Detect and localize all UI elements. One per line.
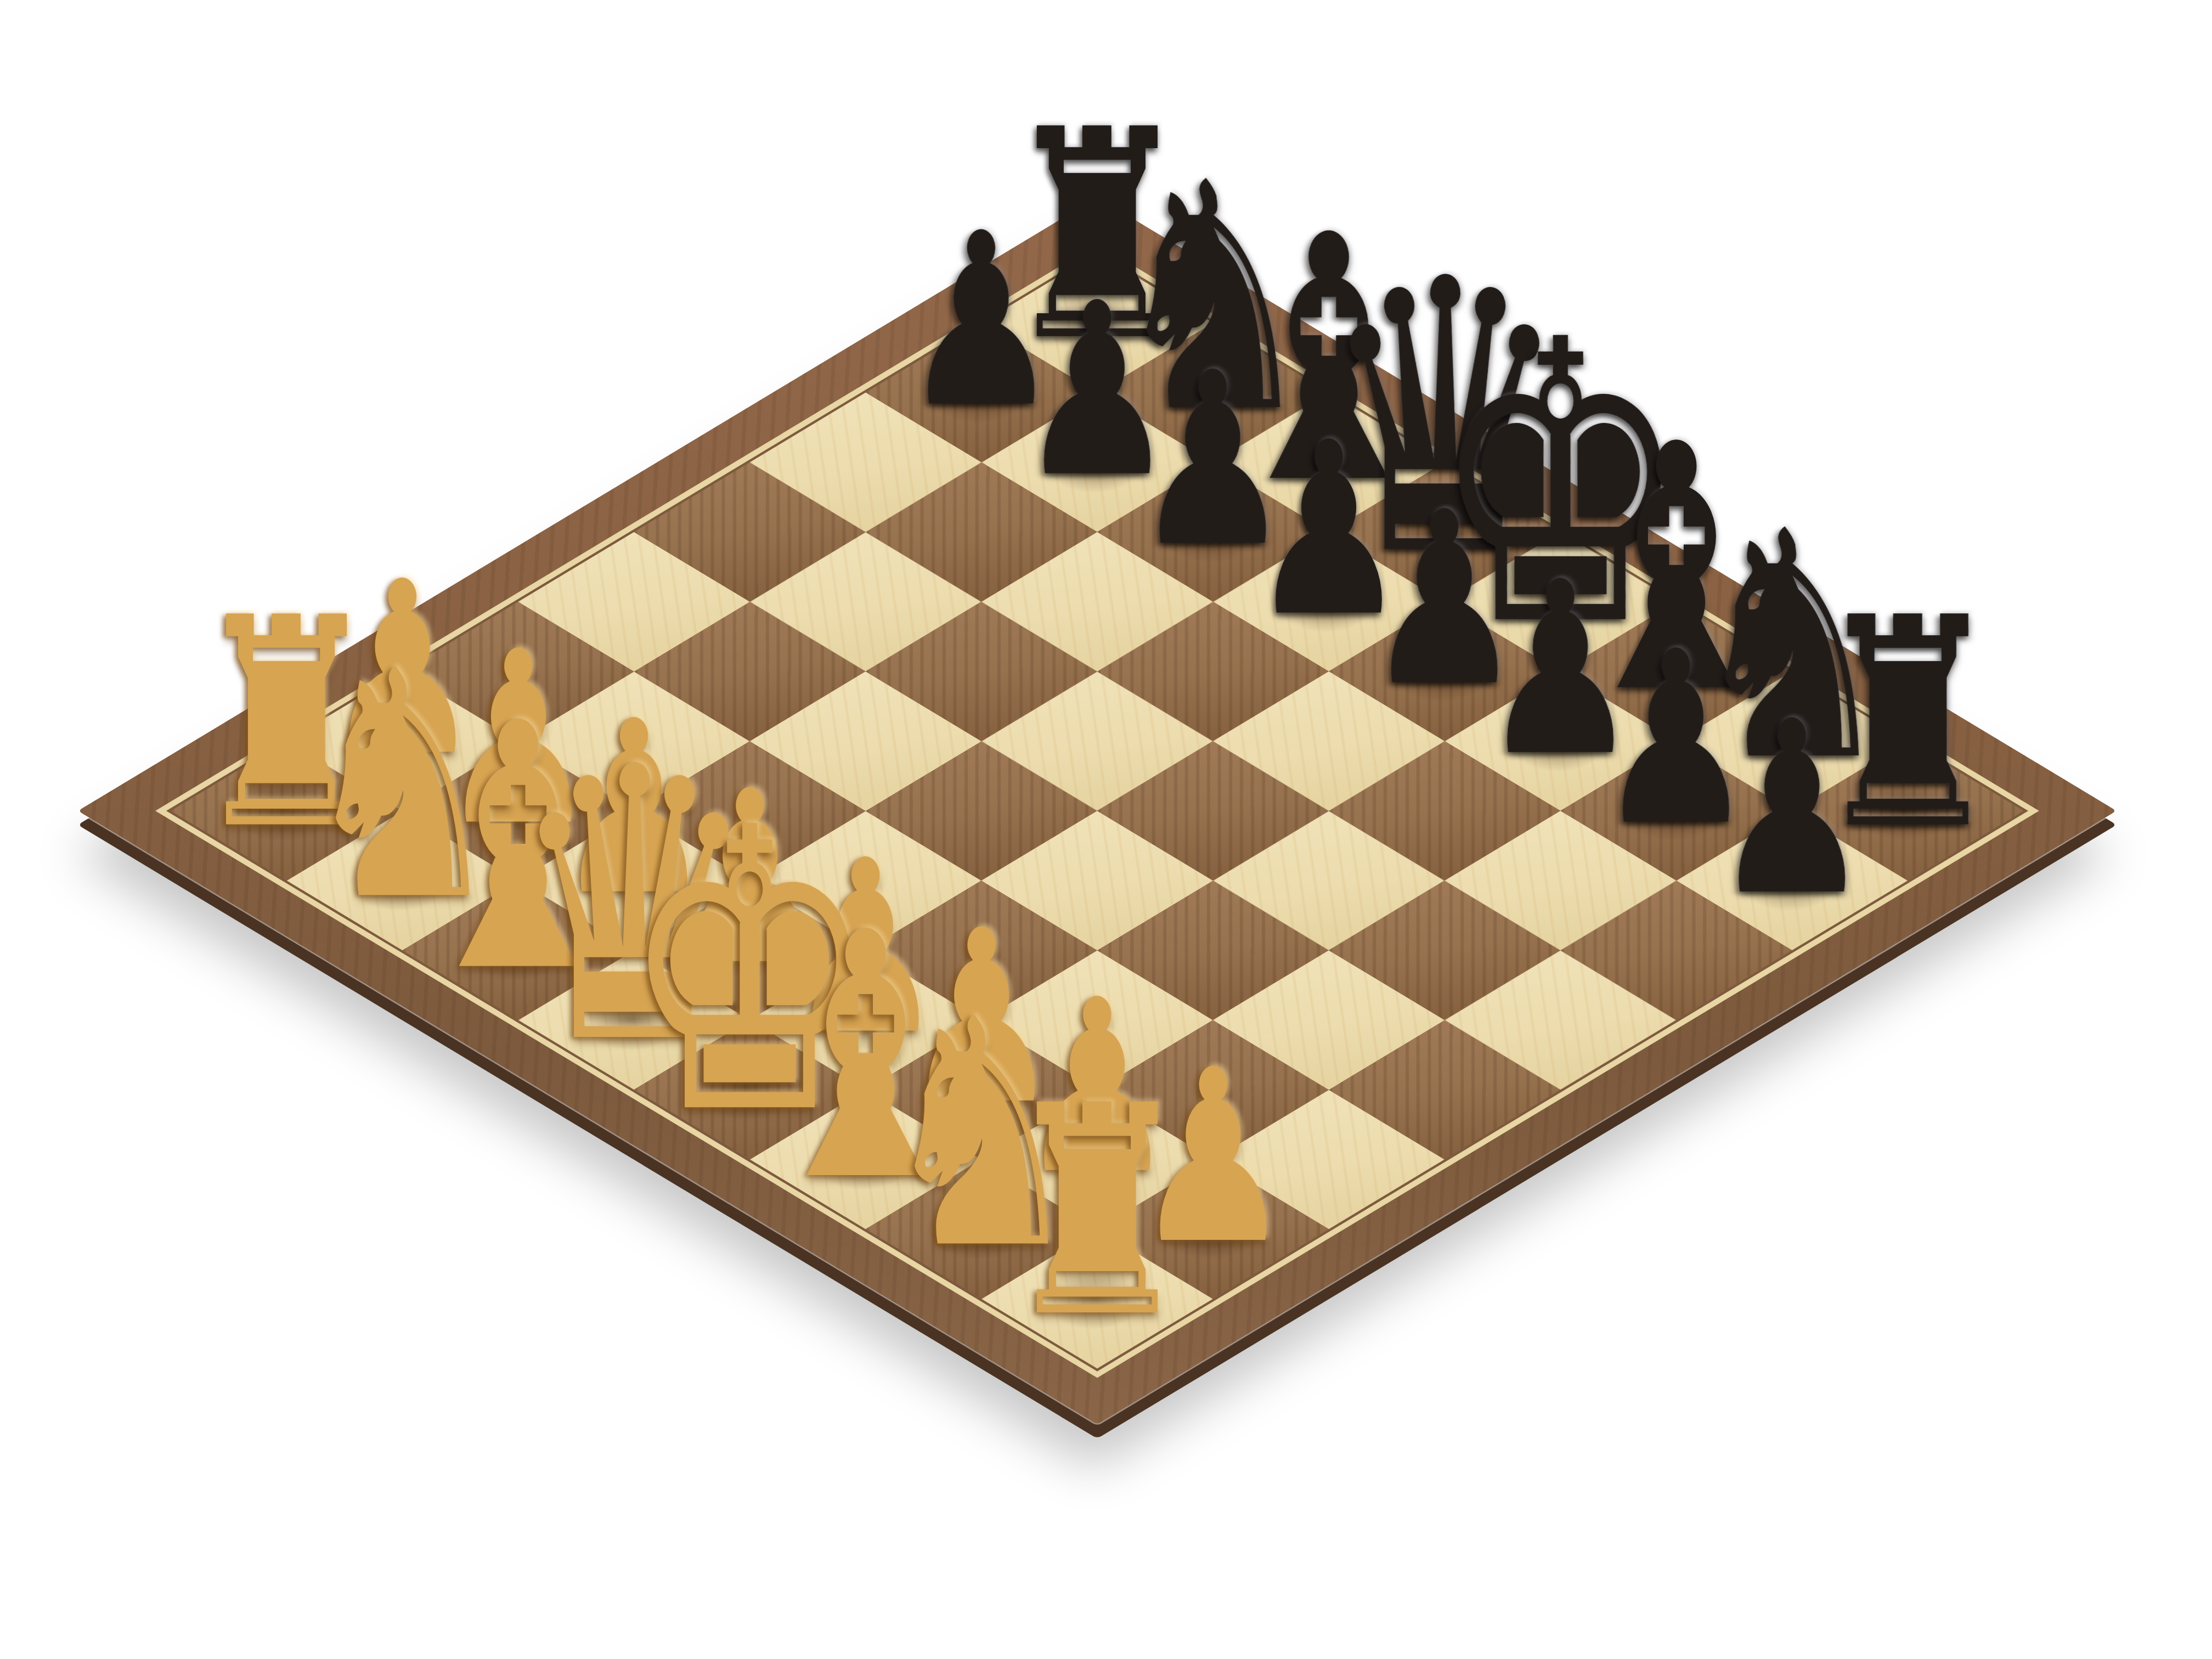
chess-board-grid: ♜♞♝♛♚♝♞♜♟♟♟♟♟♟♟♟♟♟♟♟♟♟♟♟♜♞♝♛♚♝♞♜ <box>171 253 2023 1368</box>
chess-set-photo: ♜♞♝♛♚♝♞♜♟♟♟♟♟♟♟♟♟♟♟♟♟♟♟♟♜♞♝♛♚♝♞♜ <box>376 377 1818 1245</box>
black-bishop: ♝ <box>1606 476 1746 663</box>
chess-board: ♜♞♝♛♚♝♞♜♟♟♟♟♟♟♟♟♟♟♟♟♟♟♟♟♜♞♝♛♚♝♞♜ <box>78 197 2117 1424</box>
black-rook: ♜ <box>1028 143 1167 330</box>
board-inlay-line: ♜♞♝♛♚♝♞♜♟♟♟♟♟♟♟♟♟♟♟♟♟♟♟♟♜♞♝♛♚♝♞♜ <box>155 244 2039 1378</box>
black-bishop: ♝ <box>1259 267 1398 454</box>
